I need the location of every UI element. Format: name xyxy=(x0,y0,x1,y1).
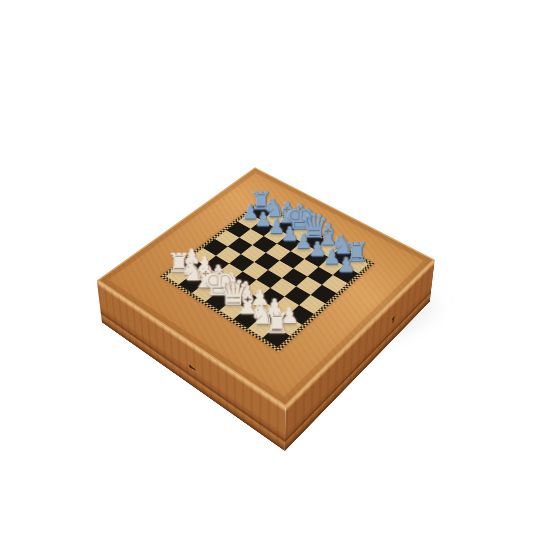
keyhole-icon xyxy=(392,316,395,321)
box-front-right-face xyxy=(285,260,435,451)
piece-blue-pawn-a7: ♟ xyxy=(316,255,376,275)
product-photo: ♜♟♟♜♞♟♟♞♝♟♟♝♚♟♟♚♛♟♟♛♝♟♟♝♞♟♟♞♜♟♟♜ xyxy=(0,0,533,533)
keyhole-icon xyxy=(189,364,192,369)
chess-box-top: ♜♟♟♜♞♟♟♞♝♟♟♝♚♟♟♚♛♟♟♛♝♟♟♝♞♟♟♞♜♟♟♜ xyxy=(97,167,435,407)
piece-white-rook-a1: ♜ xyxy=(245,309,310,337)
scene: ♜♟♟♜♞♟♟♞♝♟♟♝♚♟♟♚♛♟♟♛♝♟♟♝♞♟♟♞♜♟♟♜ xyxy=(0,0,533,533)
